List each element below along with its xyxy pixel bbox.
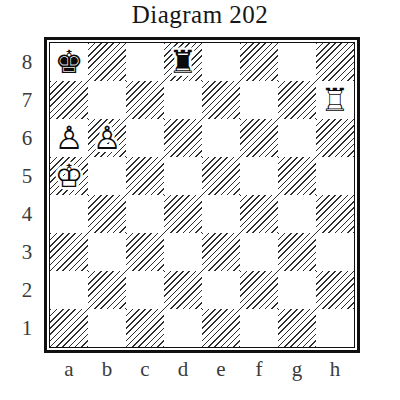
- square-e4[interactable]: [202, 195, 240, 233]
- square-d2[interactable]: [164, 271, 202, 309]
- square-g7[interactable]: [278, 81, 316, 119]
- square-g5[interactable]: [278, 157, 316, 195]
- square-a4[interactable]: [50, 195, 88, 233]
- square-g8[interactable]: [278, 43, 316, 81]
- file-label-f: f: [240, 357, 278, 382]
- square-c4[interactable]: [126, 195, 164, 233]
- chess-board-frame: ♚♜♖♙♙♔: [44, 37, 360, 353]
- square-b5[interactable]: [88, 157, 126, 195]
- square-h6[interactable]: [316, 119, 354, 157]
- square-b3[interactable]: [88, 233, 126, 271]
- white-king-a5[interactable]: ♔: [50, 157, 88, 195]
- square-h3[interactable]: [316, 233, 354, 271]
- square-h7[interactable]: ♖: [316, 81, 354, 119]
- square-b1[interactable]: [88, 309, 126, 347]
- rank-label-7: 7: [14, 81, 40, 119]
- square-a7[interactable]: [50, 81, 88, 119]
- square-g2[interactable]: [278, 271, 316, 309]
- square-f2[interactable]: [240, 271, 278, 309]
- square-e7[interactable]: [202, 81, 240, 119]
- square-c6[interactable]: [126, 119, 164, 157]
- square-e6[interactable]: [202, 119, 240, 157]
- file-label-d: d: [164, 357, 202, 382]
- white-rook-h7[interactable]: ♖: [316, 81, 354, 119]
- square-a6[interactable]: ♙: [50, 119, 88, 157]
- square-f1[interactable]: [240, 309, 278, 347]
- square-c2[interactable]: [126, 271, 164, 309]
- square-d3[interactable]: [164, 233, 202, 271]
- square-d8[interactable]: ♜: [164, 43, 202, 81]
- square-d7[interactable]: [164, 81, 202, 119]
- square-f7[interactable]: [240, 81, 278, 119]
- file-label-b: b: [88, 357, 126, 382]
- diagram-title: Diagram 202: [0, 1, 400, 29]
- square-d4[interactable]: [164, 195, 202, 233]
- square-h2[interactable]: [316, 271, 354, 309]
- file-label-e: e: [202, 357, 240, 382]
- square-d5[interactable]: [164, 157, 202, 195]
- square-a2[interactable]: [50, 271, 88, 309]
- square-c1[interactable]: [126, 309, 164, 347]
- rank-label-8: 8: [14, 43, 40, 81]
- square-b6[interactable]: ♙: [88, 119, 126, 157]
- black-rook-d8[interactable]: ♜: [164, 43, 202, 81]
- square-g1[interactable]: [278, 309, 316, 347]
- rank-labels: 87654321: [14, 43, 40, 347]
- square-c8[interactable]: [126, 43, 164, 81]
- rank-label-6: 6: [14, 119, 40, 157]
- rank-label-5: 5: [14, 157, 40, 195]
- square-g6[interactable]: [278, 119, 316, 157]
- chess-board: ♚♜♖♙♙♔: [49, 42, 355, 348]
- square-b8[interactable]: [88, 43, 126, 81]
- square-e1[interactable]: [202, 309, 240, 347]
- square-e2[interactable]: [202, 271, 240, 309]
- square-b4[interactable]: [88, 195, 126, 233]
- square-c3[interactable]: [126, 233, 164, 271]
- rank-label-3: 3: [14, 233, 40, 271]
- square-c5[interactable]: [126, 157, 164, 195]
- square-f8[interactable]: [240, 43, 278, 81]
- square-e5[interactable]: [202, 157, 240, 195]
- diagram-page: Diagram 202 87654321 ♚♜♖♙♙♔ abcdefgh: [0, 0, 400, 400]
- file-label-g: g: [278, 357, 316, 382]
- square-f4[interactable]: [240, 195, 278, 233]
- square-h1[interactable]: [316, 309, 354, 347]
- square-b7[interactable]: [88, 81, 126, 119]
- square-e3[interactable]: [202, 233, 240, 271]
- square-a8[interactable]: ♚: [50, 43, 88, 81]
- square-b2[interactable]: [88, 271, 126, 309]
- square-a5[interactable]: ♔: [50, 157, 88, 195]
- square-h4[interactable]: [316, 195, 354, 233]
- square-d6[interactable]: [164, 119, 202, 157]
- file-label-a: a: [50, 357, 88, 382]
- square-g3[interactable]: [278, 233, 316, 271]
- rank-label-4: 4: [14, 195, 40, 233]
- black-king-a8[interactable]: ♚: [50, 43, 88, 81]
- square-d1[interactable]: [164, 309, 202, 347]
- square-f5[interactable]: [240, 157, 278, 195]
- square-a1[interactable]: [50, 309, 88, 347]
- square-c7[interactable]: [126, 81, 164, 119]
- file-labels: abcdefgh: [50, 357, 354, 382]
- square-a3[interactable]: [50, 233, 88, 271]
- square-f3[interactable]: [240, 233, 278, 271]
- white-pawn-a6[interactable]: ♙: [50, 119, 88, 157]
- square-h8[interactable]: [316, 43, 354, 81]
- square-e8[interactable]: [202, 43, 240, 81]
- file-label-h: h: [316, 357, 354, 382]
- rank-label-1: 1: [14, 309, 40, 347]
- rank-label-2: 2: [14, 271, 40, 309]
- square-h5[interactable]: [316, 157, 354, 195]
- file-label-c: c: [126, 357, 164, 382]
- white-pawn-b6[interactable]: ♙: [88, 119, 126, 157]
- square-g4[interactable]: [278, 195, 316, 233]
- square-f6[interactable]: [240, 119, 278, 157]
